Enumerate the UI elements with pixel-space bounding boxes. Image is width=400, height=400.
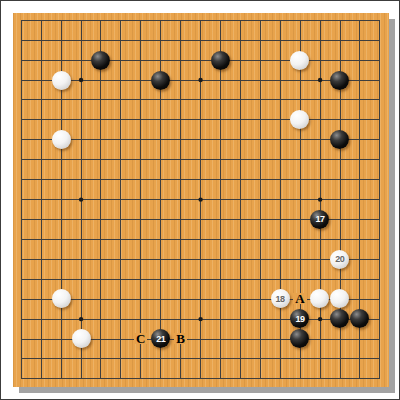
intersection[interactable] [31,329,51,349]
intersection[interactable] [191,70,211,90]
intersection[interactable] [51,110,71,130]
intersection[interactable] [270,269,290,289]
intersection[interactable] [51,369,71,389]
intersection[interactable] [91,190,111,210]
intersection[interactable] [171,190,191,210]
intersection[interactable] [230,70,250,90]
intersection[interactable] [191,369,211,389]
intersection[interactable] [171,50,191,70]
intersection[interactable] [31,70,51,90]
intersection[interactable] [71,289,91,309]
intersection[interactable] [51,30,71,50]
intersection[interactable] [131,269,151,289]
intersection[interactable] [270,50,290,70]
intersection[interactable] [270,90,290,110]
intersection[interactable] [11,170,31,190]
intersection[interactable] [151,269,171,289]
intersection[interactable] [151,369,171,389]
intersection[interactable] [250,229,270,249]
intersection[interactable] [230,30,250,50]
intersection[interactable] [330,309,350,329]
black-stone[interactable] [91,51,110,70]
intersection[interactable] [370,289,390,309]
intersection[interactable] [350,229,370,249]
intersection[interactable] [11,209,31,229]
intersection[interactable] [191,90,211,110]
intersection[interactable] [330,369,350,389]
intersection[interactable] [250,150,270,170]
intersection[interactable] [230,369,250,389]
intersection[interactable] [191,209,211,229]
intersection[interactable] [210,130,230,150]
intersection[interactable] [310,269,330,289]
black-stone[interactable] [151,71,170,90]
intersection[interactable] [51,309,71,329]
intersection[interactable] [210,249,230,269]
intersection[interactable] [91,349,111,369]
intersection[interactable] [31,209,51,229]
intersection[interactable] [91,289,111,309]
intersection[interactable]: B [171,329,191,349]
intersection[interactable] [370,90,390,110]
intersection[interactable] [270,369,290,389]
intersection[interactable] [171,269,191,289]
intersection[interactable] [191,349,211,369]
white-stone[interactable] [290,110,309,129]
intersection[interactable] [230,170,250,190]
intersection[interactable] [171,170,191,190]
intersection[interactable] [51,209,71,229]
intersection[interactable] [330,269,350,289]
white-stone[interactable] [330,289,349,308]
intersection[interactable] [171,309,191,329]
intersection[interactable] [250,130,270,150]
intersection[interactable] [191,190,211,210]
intersection[interactable] [11,30,31,50]
intersection[interactable] [330,329,350,349]
intersection[interactable]: 17 [310,209,330,229]
intersection[interactable] [51,349,71,369]
intersection[interactable] [171,130,191,150]
intersection[interactable] [111,369,131,389]
intersection[interactable] [250,50,270,70]
intersection[interactable]: 19 [290,309,310,329]
intersection[interactable] [370,50,390,70]
intersection[interactable]: 20 [330,249,350,269]
intersection[interactable] [290,209,310,229]
intersection[interactable]: A [290,289,310,309]
intersection[interactable] [191,150,211,170]
intersection[interactable] [111,30,131,50]
intersection[interactable] [151,130,171,150]
intersection[interactable] [171,229,191,249]
intersection[interactable] [151,90,171,110]
intersection[interactable] [131,249,151,269]
intersection[interactable] [250,90,270,110]
intersection[interactable] [171,30,191,50]
intersection[interactable] [31,289,51,309]
intersection[interactable] [270,190,290,210]
intersection[interactable] [370,30,390,50]
intersection[interactable] [310,309,330,329]
intersection[interactable] [230,90,250,110]
intersection[interactable] [111,289,131,309]
intersection[interactable] [151,30,171,50]
intersection[interactable] [290,50,310,70]
intersection[interactable] [191,10,211,30]
intersection[interactable] [230,190,250,210]
intersection[interactable] [71,209,91,229]
intersection[interactable]: 21 [151,329,171,349]
intersection[interactable] [31,369,51,389]
intersection[interactable] [230,249,250,269]
intersection[interactable] [230,309,250,329]
intersection[interactable] [210,170,230,190]
intersection[interactable] [310,329,330,349]
intersection[interactable] [350,209,370,229]
intersection[interactable] [210,190,230,210]
intersection[interactable] [11,130,31,150]
intersection[interactable] [370,130,390,150]
intersection[interactable] [11,150,31,170]
intersection[interactable] [250,30,270,50]
intersection[interactable] [91,269,111,289]
intersection[interactable] [350,289,370,309]
intersection[interactable] [350,309,370,329]
intersection[interactable] [111,70,131,90]
intersection[interactable] [310,150,330,170]
intersection[interactable] [370,349,390,369]
intersection[interactable] [310,90,330,110]
intersection[interactable] [350,150,370,170]
intersection[interactable] [111,130,131,150]
intersection[interactable] [131,289,151,309]
intersection[interactable] [330,70,350,90]
black-stone[interactable]: 19 [290,309,309,328]
intersection[interactable] [151,50,171,70]
intersection[interactable] [11,50,31,70]
intersection[interactable] [310,190,330,210]
intersection[interactable] [11,329,31,349]
intersection[interactable] [290,10,310,30]
intersection[interactable] [310,369,330,389]
intersection[interactable] [370,110,390,130]
intersection[interactable] [91,150,111,170]
intersection[interactable] [151,110,171,130]
intersection[interactable] [210,349,230,369]
intersection[interactable] [210,150,230,170]
intersection[interactable] [270,209,290,229]
intersection[interactable] [290,329,310,349]
intersection[interactable] [370,329,390,349]
intersection[interactable] [370,10,390,30]
intersection[interactable] [210,289,230,309]
intersection[interactable] [51,70,71,90]
black-stone[interactable] [330,71,349,90]
intersection[interactable] [71,249,91,269]
intersection[interactable] [191,249,211,269]
intersection[interactable] [310,50,330,70]
intersection[interactable] [11,229,31,249]
intersection[interactable] [230,269,250,289]
white-stone[interactable] [52,130,71,149]
intersection[interactable] [290,229,310,249]
intersection[interactable] [350,70,370,90]
intersection[interactable] [151,309,171,329]
intersection[interactable] [230,10,250,30]
black-stone[interactable]: 21 [151,329,170,348]
intersection[interactable] [290,249,310,269]
intersection[interactable] [270,170,290,190]
intersection[interactable] [111,190,131,210]
intersection[interactable] [31,30,51,50]
intersection[interactable] [111,110,131,130]
intersection[interactable] [310,110,330,130]
intersection[interactable] [310,10,330,30]
intersection[interactable] [171,369,191,389]
intersection[interactable] [290,150,310,170]
intersection[interactable] [330,229,350,249]
intersection[interactable] [191,50,211,70]
intersection[interactable] [290,30,310,50]
intersection[interactable] [210,369,230,389]
intersection[interactable]: C [131,329,151,349]
intersection[interactable] [91,209,111,229]
intersection[interactable] [131,349,151,369]
intersection[interactable] [131,209,151,229]
intersection[interactable] [131,130,151,150]
intersection[interactable] [270,329,290,349]
intersection[interactable] [330,150,350,170]
intersection[interactable] [310,170,330,190]
intersection[interactable] [250,369,270,389]
intersection[interactable] [71,50,91,70]
intersection[interactable] [250,269,270,289]
intersection[interactable] [290,70,310,90]
intersection[interactable] [350,369,370,389]
intersection[interactable] [230,329,250,349]
intersection[interactable] [191,269,211,289]
intersection[interactable] [51,150,71,170]
intersection[interactable] [111,249,131,269]
intersection[interactable] [250,289,270,309]
intersection[interactable] [111,170,131,190]
intersection[interactable] [270,249,290,269]
intersection[interactable] [290,90,310,110]
intersection[interactable] [290,369,310,389]
white-stone[interactable] [52,71,71,90]
intersection[interactable] [250,170,270,190]
intersection[interactable] [131,10,151,30]
intersection[interactable] [71,110,91,130]
intersection[interactable] [31,150,51,170]
intersection[interactable] [31,90,51,110]
intersection[interactable] [210,229,230,249]
intersection[interactable] [91,130,111,150]
intersection[interactable] [230,130,250,150]
intersection[interactable] [91,10,111,30]
intersection[interactable] [51,269,71,289]
intersection[interactable] [250,209,270,229]
intersection[interactable] [71,309,91,329]
intersection[interactable] [31,10,51,30]
intersection[interactable] [191,30,211,50]
intersection[interactable] [51,229,71,249]
intersection[interactable] [111,349,131,369]
intersection[interactable] [191,309,211,329]
intersection[interactable] [11,10,31,30]
intersection[interactable] [330,289,350,309]
intersection[interactable] [191,289,211,309]
intersection[interactable] [330,170,350,190]
intersection[interactable] [111,329,131,349]
intersection[interactable] [250,10,270,30]
intersection[interactable] [11,269,31,289]
intersection[interactable] [31,269,51,289]
intersection[interactable] [51,10,71,30]
intersection[interactable] [210,329,230,349]
intersection[interactable] [350,249,370,269]
intersection[interactable] [310,130,330,150]
intersection[interactable] [11,249,31,269]
intersection[interactable] [131,90,151,110]
intersection[interactable] [111,269,131,289]
intersection[interactable] [11,190,31,210]
intersection[interactable] [290,130,310,150]
intersection[interactable] [230,150,250,170]
intersection[interactable] [310,289,330,309]
intersection[interactable] [51,50,71,70]
intersection[interactable] [370,209,390,229]
intersection[interactable] [51,130,71,150]
intersection[interactable] [11,309,31,329]
intersection[interactable] [250,329,270,349]
intersection[interactable] [51,289,71,309]
black-stone[interactable] [211,51,230,70]
intersection[interactable] [131,369,151,389]
intersection[interactable] [330,10,350,30]
intersection[interactable] [171,70,191,90]
intersection[interactable] [230,289,250,309]
intersection[interactable] [111,10,131,30]
intersection[interactable] [91,90,111,110]
intersection[interactable] [91,30,111,50]
intersection[interactable] [350,170,370,190]
intersection[interactable] [71,30,91,50]
black-stone[interactable] [330,309,349,328]
intersection[interactable] [330,130,350,150]
intersection[interactable] [310,30,330,50]
intersection[interactable] [350,190,370,210]
intersection[interactable] [11,289,31,309]
intersection[interactable] [270,30,290,50]
intersection[interactable] [330,50,350,70]
intersection[interactable] [210,30,230,50]
intersection[interactable] [131,170,151,190]
intersection[interactable] [91,70,111,90]
intersection[interactable] [131,50,151,70]
intersection[interactable] [270,150,290,170]
intersection[interactable] [191,130,211,150]
intersection[interactable] [350,329,370,349]
intersection[interactable] [71,329,91,349]
intersection[interactable] [131,309,151,329]
white-stone[interactable] [72,329,91,348]
intersection[interactable] [370,249,390,269]
intersection[interactable] [270,70,290,90]
intersection[interactable] [270,10,290,30]
intersection[interactable] [31,190,51,210]
intersection[interactable] [171,209,191,229]
white-stone[interactable]: 20 [330,250,349,269]
intersection[interactable] [230,349,250,369]
black-stone[interactable] [350,309,369,328]
intersection[interactable] [131,190,151,210]
intersection[interactable] [71,130,91,150]
black-stone[interactable]: 17 [310,210,329,229]
intersection[interactable]: 18 [270,289,290,309]
intersection[interactable] [210,10,230,30]
intersection[interactable] [210,50,230,70]
intersection[interactable] [290,349,310,369]
intersection[interactable] [330,30,350,50]
intersection[interactable] [51,329,71,349]
intersection[interactable] [350,50,370,70]
intersection[interactable] [31,309,51,329]
intersection[interactable] [250,309,270,329]
intersection[interactable] [230,50,250,70]
intersection[interactable] [171,90,191,110]
intersection[interactable] [370,170,390,190]
intersection[interactable] [131,229,151,249]
intersection[interactable] [91,110,111,130]
black-stone[interactable] [290,329,309,348]
intersection[interactable] [31,130,51,150]
intersection[interactable] [151,349,171,369]
intersection[interactable] [350,130,370,150]
intersection[interactable] [370,190,390,210]
intersection[interactable] [250,110,270,130]
intersection[interactable] [151,150,171,170]
intersection[interactable] [270,309,290,329]
intersection[interactable] [270,130,290,150]
intersection[interactable] [51,170,71,190]
intersection[interactable] [171,150,191,170]
intersection[interactable] [91,229,111,249]
white-stone[interactable] [310,289,329,308]
intersection[interactable] [51,90,71,110]
intersection[interactable] [350,349,370,369]
intersection[interactable] [230,209,250,229]
intersection[interactable] [370,229,390,249]
intersection[interactable] [71,170,91,190]
intersection[interactable] [210,90,230,110]
intersection[interactable] [151,229,171,249]
intersection[interactable] [370,70,390,90]
intersection[interactable] [171,249,191,269]
intersection[interactable] [151,190,171,210]
intersection[interactable] [11,369,31,389]
intersection[interactable] [210,209,230,229]
intersection[interactable] [270,110,290,130]
black-stone[interactable] [330,130,349,149]
intersection[interactable] [350,90,370,110]
intersection[interactable] [310,249,330,269]
intersection[interactable] [131,150,151,170]
intersection[interactable] [131,70,151,90]
white-stone[interactable] [290,51,309,70]
intersection[interactable] [51,190,71,210]
